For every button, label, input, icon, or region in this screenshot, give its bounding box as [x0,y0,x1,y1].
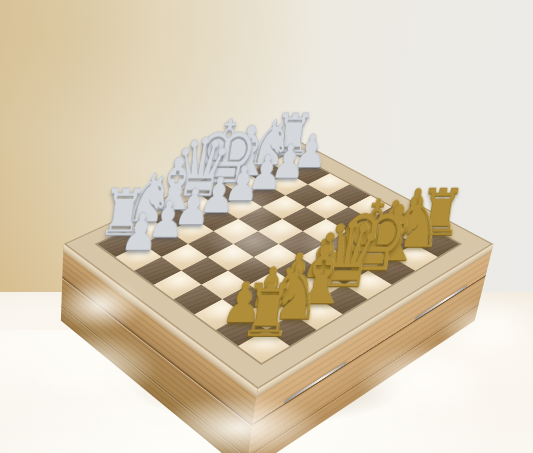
chess-set-photo: ♜♟♟♜♞♟♟♞♝♟♟♝♚♟♟♚♛♟♟♛♝♟♟♝♞♟♟♞♜♟♟♜ [0,0,533,453]
fur-tuft [40,270,160,340]
silver-pawn: ♟ [119,207,163,258]
square-r8c8: ♜ [238,330,289,363]
gold-rook: ♜ [237,275,299,347]
